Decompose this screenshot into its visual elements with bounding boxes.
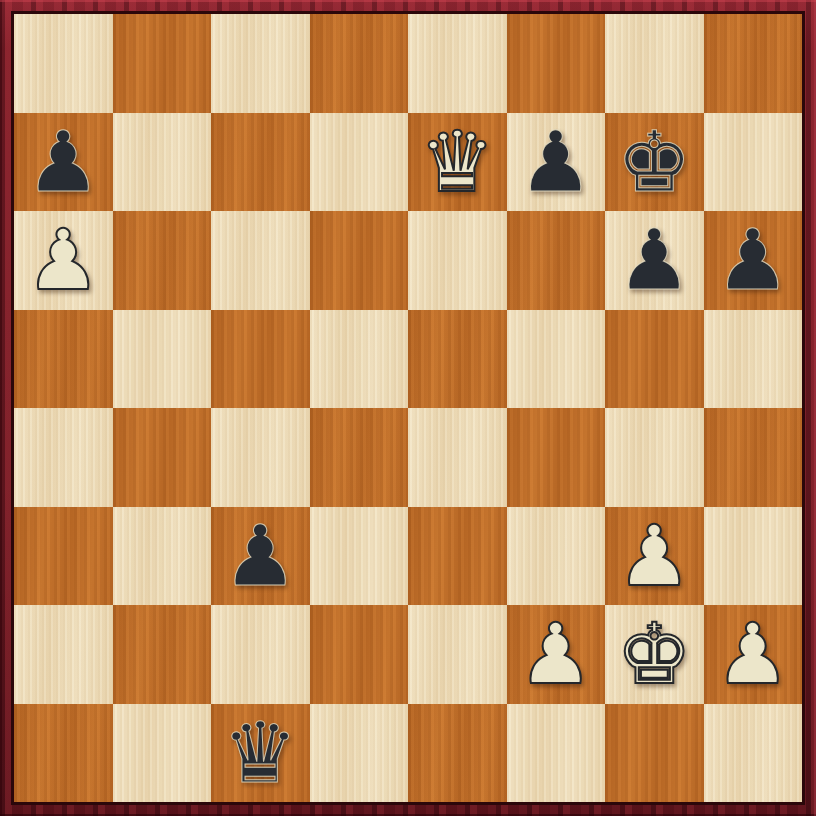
square-f7[interactable]: ♟: [507, 113, 606, 212]
square-c7[interactable]: [211, 113, 310, 212]
square-d3[interactable]: [310, 507, 409, 606]
square-e1[interactable]: [408, 704, 507, 803]
square-e3[interactable]: [408, 507, 507, 606]
square-h8[interactable]: [704, 14, 803, 113]
square-d5[interactable]: [310, 310, 409, 409]
square-e4[interactable]: [408, 408, 507, 507]
square-b3[interactable]: [113, 507, 212, 606]
square-d6[interactable]: [310, 211, 409, 310]
square-a1[interactable]: [14, 704, 113, 803]
white-pawn-piece[interactable]: ♟: [518, 605, 593, 703]
square-f6[interactable]: [507, 211, 606, 310]
square-h6[interactable]: ♟: [704, 211, 803, 310]
square-c6[interactable]: [211, 211, 310, 310]
black-king-piece[interactable]: ♚: [617, 113, 692, 211]
black-queen-piece[interactable]: ♛: [223, 704, 298, 802]
square-f8[interactable]: [507, 14, 606, 113]
square-e8[interactable]: [408, 14, 507, 113]
square-a5[interactable]: [14, 310, 113, 409]
square-b2[interactable]: [113, 605, 212, 704]
square-d1[interactable]: [310, 704, 409, 803]
white-pawn-piece[interactable]: ♟: [26, 211, 101, 309]
square-d8[interactable]: [310, 14, 409, 113]
white-pawn-piece[interactable]: ♟: [617, 507, 692, 605]
square-b6[interactable]: [113, 211, 212, 310]
square-b4[interactable]: [113, 408, 212, 507]
board-frame: ♟♛♟♚♟♟♟♟♟♟♚♟♛: [0, 0, 816, 816]
square-a2[interactable]: [14, 605, 113, 704]
square-g1[interactable]: [605, 704, 704, 803]
square-h1[interactable]: [704, 704, 803, 803]
black-pawn-piece[interactable]: ♟: [617, 211, 692, 309]
square-h3[interactable]: [704, 507, 803, 606]
square-f4[interactable]: [507, 408, 606, 507]
square-c8[interactable]: [211, 14, 310, 113]
square-f1[interactable]: [507, 704, 606, 803]
black-pawn-piece[interactable]: ♟: [715, 211, 790, 309]
square-e2[interactable]: [408, 605, 507, 704]
square-d4[interactable]: [310, 408, 409, 507]
square-b7[interactable]: [113, 113, 212, 212]
square-e7[interactable]: ♛: [408, 113, 507, 212]
square-b8[interactable]: [113, 14, 212, 113]
black-pawn-piece[interactable]: ♟: [26, 113, 101, 211]
square-c3[interactable]: ♟: [211, 507, 310, 606]
square-g3[interactable]: ♟: [605, 507, 704, 606]
square-g8[interactable]: [605, 14, 704, 113]
square-c1[interactable]: ♛: [211, 704, 310, 803]
square-a4[interactable]: [14, 408, 113, 507]
square-b1[interactable]: [113, 704, 212, 803]
square-g2[interactable]: ♚: [605, 605, 704, 704]
square-b5[interactable]: [113, 310, 212, 409]
square-f5[interactable]: [507, 310, 606, 409]
square-c2[interactable]: [211, 605, 310, 704]
square-h5[interactable]: [704, 310, 803, 409]
white-pawn-piece[interactable]: ♟: [715, 605, 790, 703]
square-f3[interactable]: [507, 507, 606, 606]
square-a6[interactable]: ♟: [14, 211, 113, 310]
square-e6[interactable]: [408, 211, 507, 310]
square-a3[interactable]: [14, 507, 113, 606]
chess-board: ♟♛♟♚♟♟♟♟♟♟♚♟♛: [14, 14, 802, 802]
black-pawn-piece[interactable]: ♟: [223, 507, 298, 605]
square-d2[interactable]: [310, 605, 409, 704]
square-e5[interactable]: [408, 310, 507, 409]
square-h7[interactable]: [704, 113, 803, 212]
square-d7[interactable]: [310, 113, 409, 212]
black-pawn-piece[interactable]: ♟: [518, 113, 593, 211]
square-g7[interactable]: ♚: [605, 113, 704, 212]
square-c5[interactable]: [211, 310, 310, 409]
square-c4[interactable]: [211, 408, 310, 507]
square-g5[interactable]: [605, 310, 704, 409]
white-king-piece[interactable]: ♚: [617, 605, 692, 703]
square-f2[interactable]: ♟: [507, 605, 606, 704]
square-a8[interactable]: [14, 14, 113, 113]
square-h2[interactable]: ♟: [704, 605, 803, 704]
square-h4[interactable]: [704, 408, 803, 507]
white-queen-piece[interactable]: ♛: [420, 113, 495, 211]
square-g6[interactable]: ♟: [605, 211, 704, 310]
square-a7[interactable]: ♟: [14, 113, 113, 212]
square-g4[interactable]: [605, 408, 704, 507]
